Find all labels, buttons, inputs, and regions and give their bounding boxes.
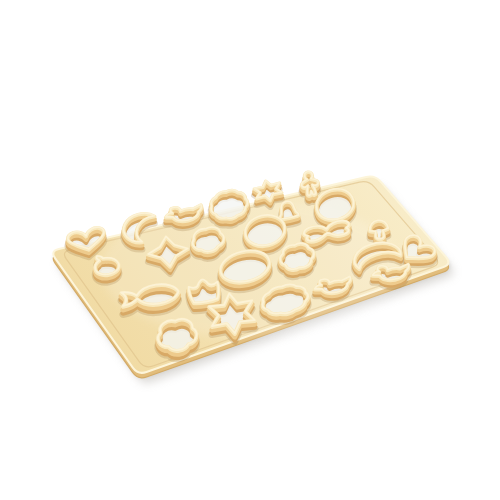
product-photo — [0, 0, 500, 500]
cutter-scallop — [208, 187, 251, 230]
cutter-clover — [156, 317, 199, 361]
cookie-cutter-board-photo — [0, 0, 500, 500]
